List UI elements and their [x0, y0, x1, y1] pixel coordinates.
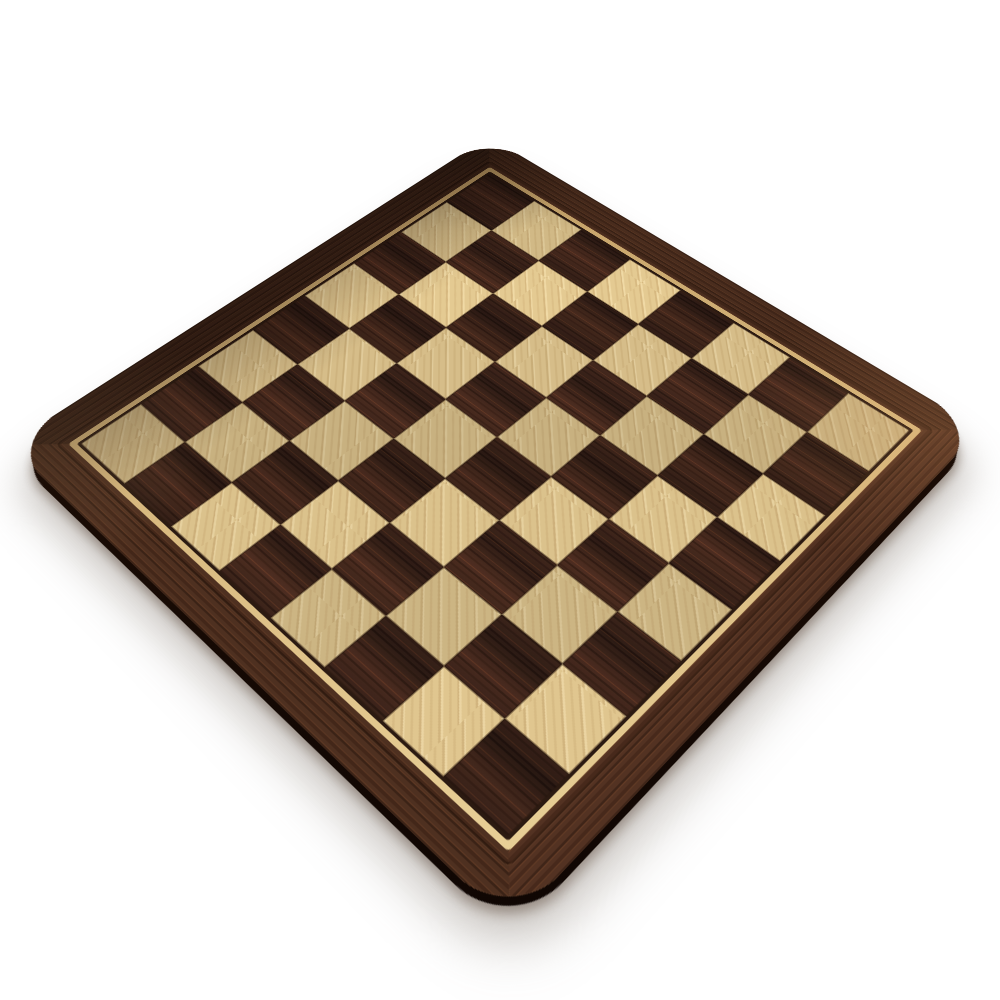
board-square	[219, 524, 332, 618]
playing-field	[81, 174, 910, 837]
board-square	[271, 569, 387, 668]
maple-inlay-line	[68, 167, 922, 852]
board-square	[717, 473, 826, 561]
board-square	[390, 479, 499, 567]
board-square	[382, 666, 505, 777]
board-square	[763, 432, 869, 515]
board-square	[125, 442, 232, 526]
board-square	[444, 521, 556, 614]
board-square	[502, 565, 617, 663]
board-square	[325, 616, 444, 721]
board-square	[386, 567, 502, 666]
board-square	[338, 439, 445, 523]
board-square	[608, 475, 717, 563]
board-square	[551, 435, 657, 518]
board-square	[617, 563, 732, 661]
board-square	[232, 440, 339, 524]
board-square	[563, 612, 681, 716]
board-square	[171, 482, 281, 571]
board-square	[505, 663, 627, 774]
field-seam	[77, 171, 914, 841]
board-square	[280, 480, 390, 568]
board-square	[443, 718, 569, 836]
board-square	[657, 434, 763, 517]
board-square	[445, 437, 551, 521]
board-square	[444, 614, 563, 718]
chess-board	[8, 137, 981, 928]
board-square	[332, 522, 444, 615]
board-square	[499, 477, 608, 565]
board-square	[557, 519, 669, 612]
photo-canvas	[0, 0, 1000, 1000]
board-top-face	[8, 137, 981, 928]
board-square	[669, 517, 781, 610]
